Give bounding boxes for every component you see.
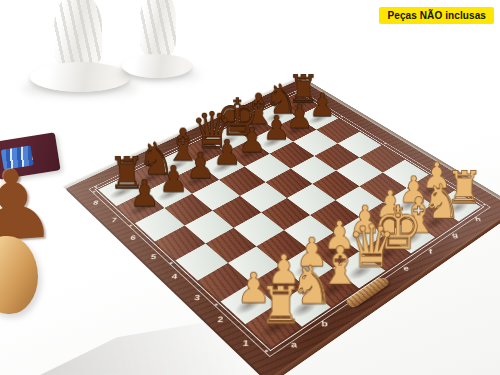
file-label-a: a: [291, 340, 298, 349]
piece-glyph: ♜: [259, 282, 300, 331]
rank-label-3: 3: [194, 293, 201, 301]
screw-icon: [483, 203, 487, 205]
file-label-h: h: [474, 216, 482, 223]
screw-icon: [340, 116, 343, 118]
decor-column: [140, 0, 176, 56]
file-label-f: f: [428, 248, 433, 255]
file-label-b: b: [321, 319, 328, 328]
not-included-tag: Peças NÃO inclusas: [379, 7, 494, 24]
rank-label-2: 2: [217, 315, 224, 324]
chess-board: 12345678abcdefgh ♜♞♝♛♚♝♞♜♟♟♟♟♟♟♟♟♟♟♟♟♟♟♟…: [67, 79, 500, 375]
screw-icon: [129, 224, 133, 227]
file-label-e: e: [403, 264, 410, 272]
rank-label-7: 7: [111, 216, 118, 223]
rank-label-8: 8: [93, 199, 100, 205]
screw-icon: [169, 262, 173, 265]
rank-label-5: 5: [150, 253, 157, 260]
file-label-g: g: [451, 231, 459, 238]
rank-label-1: 1: [242, 338, 249, 347]
giant-white-decor-piece-right: [118, 0, 196, 78]
file-label-d: d: [377, 282, 385, 290]
decor-foot: [30, 62, 130, 92]
decor-foot: [122, 54, 192, 78]
file-label-c: c: [350, 300, 357, 308]
product-photo-scene: ♟ 12345678abcdefgh ♜♞♝♛♚♝♞♜♟♟♟♟♟♟♟♟♟♟♟♟♟…: [0, 0, 500, 375]
giant-white-decor-piece-left: [28, 0, 132, 92]
decor-column: [54, 0, 102, 68]
screw-icon: [94, 186, 98, 188]
screw-icon: [214, 303, 218, 306]
screw-icon: [264, 349, 269, 353]
rank-label-4: 4: [171, 273, 178, 281]
screw-icon: [92, 191, 96, 193]
rank-label-6: 6: [130, 234, 137, 241]
piece-glyph: ♟: [127, 176, 162, 211]
screw-icon: [384, 142, 387, 144]
